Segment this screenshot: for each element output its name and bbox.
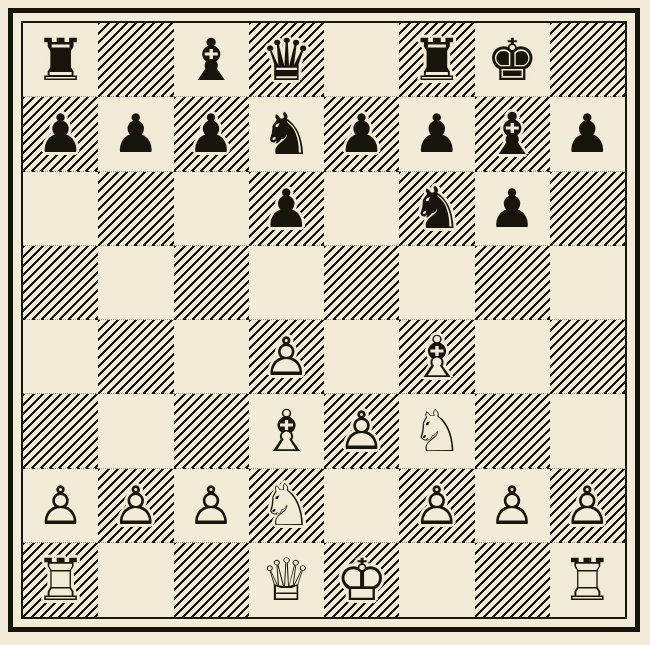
black-king-g8: ♚♚ <box>475 23 550 96</box>
square-f8: ♜♜ <box>399 23 474 97</box>
square-f5 <box>399 246 474 320</box>
square-g2: ♟♙ <box>475 469 550 543</box>
square-c5 <box>174 246 249 320</box>
square-b8 <box>98 23 173 97</box>
square-d3: ♝♗ <box>249 394 324 468</box>
square-a1: ♜♖ <box>23 543 98 617</box>
square-e4 <box>324 320 399 394</box>
black-bishop-c8: ♝♝ <box>174 23 249 96</box>
square-e7: ♟♟ <box>324 97 399 171</box>
square-h5 <box>550 246 625 320</box>
square-h6 <box>550 172 625 246</box>
black-pawn-e7: ♟♟ <box>324 97 399 170</box>
square-h2: ♟♙ <box>550 469 625 543</box>
white-pawn-f2: ♟♙ <box>399 469 474 542</box>
black-queen-d8: ♛♛ <box>249 23 324 96</box>
white-bishop-f4: ♝♗ <box>399 320 474 393</box>
square-a2: ♟♙ <box>23 469 98 543</box>
white-pawn-b2: ♟♙ <box>98 469 173 542</box>
square-a8: ♜♜ <box>23 23 98 97</box>
square-g7: ♝♝ <box>475 97 550 171</box>
square-c6 <box>174 172 249 246</box>
white-bishop-d3: ♝♗ <box>249 394 324 467</box>
square-d7: ♞♞ <box>249 97 324 171</box>
square-b1 <box>98 543 173 617</box>
square-f7: ♟♟ <box>399 97 474 171</box>
square-e2 <box>324 469 399 543</box>
white-queen-d1: ♛♕ <box>249 543 324 617</box>
square-a4 <box>23 320 98 394</box>
square-f3: ♞♘ <box>399 394 474 468</box>
black-knight-f6: ♞♞ <box>399 172 474 245</box>
black-knight-d7: ♞♞ <box>249 97 324 170</box>
square-g3 <box>475 394 550 468</box>
square-a5 <box>23 246 98 320</box>
square-a3 <box>23 394 98 468</box>
square-e5 <box>324 246 399 320</box>
chess-board: ♜♜♝♝♛♛♜♜♚♚♟♟♟♟♟♟♞♞♟♟♟♟♝♝♟♟♟♟♞♞♟♟♟♙♝♗♝♗♟♙… <box>23 23 625 617</box>
square-a6 <box>23 172 98 246</box>
square-h8 <box>550 23 625 97</box>
square-d5 <box>249 246 324 320</box>
square-g1 <box>475 543 550 617</box>
square-f2: ♟♙ <box>399 469 474 543</box>
white-rook-a1: ♜♖ <box>23 543 98 617</box>
square-e6 <box>324 172 399 246</box>
black-pawn-f7: ♟♟ <box>399 97 474 170</box>
square-e3: ♟♙ <box>324 394 399 468</box>
square-g6: ♟♟ <box>475 172 550 246</box>
board-outer-frame: ♜♜♝♝♛♛♜♜♚♚♟♟♟♟♟♟♞♞♟♟♟♟♝♝♟♟♟♟♞♞♟♟♟♙♝♗♝♗♟♙… <box>8 8 640 632</box>
square-b7: ♟♟ <box>98 97 173 171</box>
square-h1: ♜♖ <box>550 543 625 617</box>
square-h4 <box>550 320 625 394</box>
square-d2: ♞♘ <box>249 469 324 543</box>
square-h3 <box>550 394 625 468</box>
square-c1 <box>174 543 249 617</box>
square-c3 <box>174 394 249 468</box>
square-g4 <box>475 320 550 394</box>
square-a7: ♟♟ <box>23 97 98 171</box>
square-g5 <box>475 246 550 320</box>
black-pawn-b7: ♟♟ <box>98 97 173 170</box>
black-pawn-a7: ♟♟ <box>23 97 98 170</box>
board-inner-frame: ♜♜♝♝♛♛♜♜♚♚♟♟♟♟♟♟♞♞♟♟♟♟♝♝♟♟♟♟♞♞♟♟♟♙♝♗♝♗♟♙… <box>21 21 627 619</box>
square-c7: ♟♟ <box>174 97 249 171</box>
square-d1: ♛♕ <box>249 543 324 617</box>
square-d6: ♟♟ <box>249 172 324 246</box>
white-pawn-a2: ♟♙ <box>23 469 98 542</box>
black-pawn-h7: ♟♟ <box>550 97 625 170</box>
square-c8: ♝♝ <box>174 23 249 97</box>
square-d4: ♟♙ <box>249 320 324 394</box>
square-b4 <box>98 320 173 394</box>
square-f4: ♝♗ <box>399 320 474 394</box>
black-rook-a8: ♜♜ <box>23 23 98 96</box>
square-b6 <box>98 172 173 246</box>
black-pawn-g6: ♟♟ <box>475 172 550 245</box>
square-b5 <box>98 246 173 320</box>
square-e8 <box>324 23 399 97</box>
white-pawn-c2: ♟♙ <box>174 469 249 542</box>
black-bishop-g7: ♝♝ <box>475 97 550 170</box>
white-pawn-h2: ♟♙ <box>550 469 625 542</box>
square-e1: ♚♔ <box>324 543 399 617</box>
white-pawn-e3: ♟♙ <box>324 394 399 467</box>
square-f6: ♞♞ <box>399 172 474 246</box>
square-d8: ♛♛ <box>249 23 324 97</box>
square-g8: ♚♚ <box>475 23 550 97</box>
black-rook-f8: ♜♜ <box>399 23 474 96</box>
white-rook-h1: ♜♖ <box>550 543 625 617</box>
black-pawn-c7: ♟♟ <box>174 97 249 170</box>
white-knight-d2: ♞♘ <box>249 469 324 542</box>
white-knight-f3: ♞♘ <box>399 394 474 467</box>
square-b3 <box>98 394 173 468</box>
white-pawn-g2: ♟♙ <box>475 469 550 542</box>
white-king-e1: ♚♔ <box>324 543 399 617</box>
square-b2: ♟♙ <box>98 469 173 543</box>
white-pawn-d4: ♟♙ <box>249 320 324 393</box>
square-c2: ♟♙ <box>174 469 249 543</box>
black-pawn-d6: ♟♟ <box>249 172 324 245</box>
square-f1 <box>399 543 474 617</box>
square-h7: ♟♟ <box>550 97 625 171</box>
square-c4 <box>174 320 249 394</box>
